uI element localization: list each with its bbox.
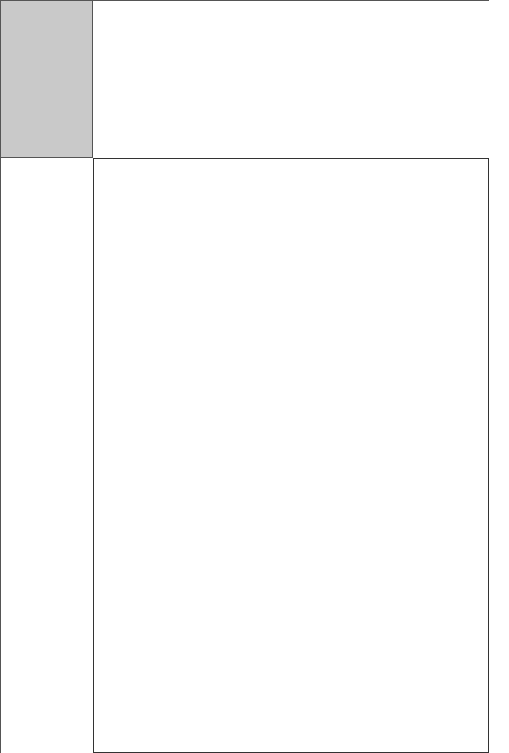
row-clues	[0, 158, 93, 753]
puzzle-grid[interactable]	[93, 158, 489, 753]
site-label	[489, 0, 509, 753]
nonogram-board	[0, 0, 509, 753]
column-clues	[93, 0, 489, 158]
corner-watermark	[0, 0, 93, 158]
